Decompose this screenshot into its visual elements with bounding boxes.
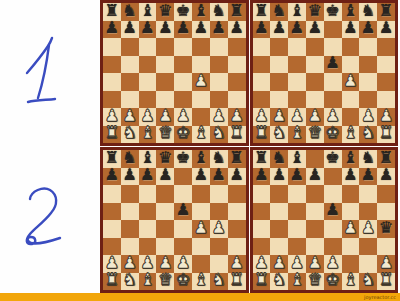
square-d6 [306,185,324,203]
square-c4 [288,220,306,238]
black-knight: ♞ [272,150,286,166]
black-knight: ♞ [361,150,375,166]
black-knight: ♞ [212,150,226,166]
square-d6 [306,38,324,56]
square-h7: ♟ [228,168,246,186]
white-pawn: ♟ [123,255,137,271]
white-pawn: ♟ [254,108,268,124]
white-knight: ♞ [212,272,226,288]
square-h1: ♜ [228,273,246,291]
square-d4 [156,220,174,238]
square-c7: ♟ [139,21,157,39]
square-a1: ♜ [103,273,121,291]
black-king: ♚ [176,3,190,19]
black-rook: ♜ [379,3,393,19]
white-pawn: ♟ [308,108,322,124]
black-pawn: ♟ [361,20,375,36]
black-king: ♚ [325,3,339,19]
square-g3 [210,238,228,256]
square-d7: ♟ [156,21,174,39]
white-bishop: ♝ [290,272,304,288]
square-c4 [288,73,306,91]
chess-board-top-left: ♜♞♝♛♚♝♞♜♟♟♟♟♟♟♟♟♟♟♟♟♟♟♟♟♜♞♝♛♚♝♞♜ [100,0,249,146]
square-a4 [253,220,271,238]
square-e1: ♚ [174,273,192,291]
white-knight: ♞ [123,272,137,288]
white-pawn: ♟ [140,108,154,124]
square-e1: ♚ [324,273,342,291]
square-d7: ♟ [156,168,174,186]
square-b1: ♞ [121,126,139,144]
square-a6 [103,38,121,56]
black-bishop: ♝ [194,150,208,166]
square-d5 [156,56,174,74]
black-pawn: ♟ [140,167,154,183]
square-h1: ♜ [377,273,395,291]
square-b5 [270,203,288,221]
handwritten-move-numbers [0,0,100,294]
white-bishop: ♝ [343,272,357,288]
white-pawn: ♟ [158,255,172,271]
square-f7: ♟ [192,21,210,39]
square-e4 [324,73,342,91]
watermark-text: joyreactor.cc [364,293,400,301]
black-rook: ♜ [379,150,393,166]
square-f1: ♝ [342,273,360,291]
square-d4 [156,73,174,91]
square-b5 [121,56,139,74]
square-d5 [156,203,174,221]
square-e1: ♚ [174,126,192,144]
white-bishop: ♝ [194,125,208,141]
square-c6 [139,38,157,56]
square-a5 [253,56,271,74]
square-e4 [174,73,192,91]
black-rook: ♜ [229,150,243,166]
square-b6 [270,38,288,56]
black-pawn: ♟ [272,167,286,183]
square-f1: ♝ [192,126,210,144]
square-d5 [306,203,324,221]
white-bishop: ♝ [140,272,154,288]
black-pawn: ♟ [123,167,137,183]
black-pawn: ♟ [212,167,226,183]
square-h7: ♟ [377,21,395,39]
black-pawn: ♟ [379,167,393,183]
square-a5 [253,203,271,221]
square-b5 [270,56,288,74]
square-a4 [253,73,271,91]
square-e7 [324,168,342,186]
white-pawn: ♟ [212,220,226,236]
white-rook: ♜ [229,125,243,141]
square-c6 [288,185,306,203]
square-g4: ♟ [359,220,377,238]
square-g7: ♟ [359,21,377,39]
black-pawn: ♟ [325,202,339,218]
square-b4 [270,220,288,238]
white-knight: ♞ [272,125,286,141]
white-knight: ♞ [361,125,375,141]
square-f3 [342,238,360,256]
square-g7: ♟ [210,21,228,39]
white-pawn: ♟ [194,73,208,89]
black-pawn: ♟ [325,55,339,71]
white-bishop: ♝ [290,125,304,141]
white-pawn: ♟ [176,255,190,271]
chess-diagram-grid: ♜♞♝♛♚♝♞♜♟♟♟♟♟♟♟♟♟♟♟♟♟♟♟♟♜♞♝♛♚♝♞♜ ♜♞♝♛♚♝♞… [100,0,398,293]
square-c5 [139,203,157,221]
white-pawn: ♟ [361,220,375,236]
square-c5 [139,56,157,74]
white-pawn: ♟ [272,255,286,271]
white-pawn: ♟ [272,108,286,124]
white-pawn: ♟ [290,255,304,271]
white-pawn: ♟ [343,73,357,89]
white-pawn: ♟ [140,255,154,271]
square-f1: ♝ [192,273,210,291]
square-g1: ♞ [359,273,377,291]
black-bishop: ♝ [140,150,154,166]
black-pawn: ♟ [379,20,393,36]
black-pawn: ♟ [176,202,190,218]
square-g6 [210,38,228,56]
square-c5 [288,203,306,221]
square-d1: ♛ [306,273,324,291]
square-e5 [174,56,192,74]
square-e4 [174,220,192,238]
square-c1: ♝ [288,273,306,291]
black-pawn: ♟ [343,20,357,36]
square-a7: ♟ [103,168,121,186]
white-bishop: ♝ [140,125,154,141]
white-rook: ♜ [229,272,243,288]
white-rook: ♜ [379,125,393,141]
white-king: ♚ [325,272,339,288]
black-pawn: ♟ [272,20,286,36]
square-h7: ♟ [228,21,246,39]
square-e6 [174,38,192,56]
black-knight: ♞ [123,3,137,19]
white-pawn: ♟ [254,255,268,271]
black-knight: ♞ [272,3,286,19]
black-pawn: ♟ [343,167,357,183]
square-g5 [359,56,377,74]
square-e8: ♚ [324,150,342,168]
black-bishop: ♝ [140,3,154,19]
white-knight: ♞ [361,272,375,288]
square-e1: ♚ [324,126,342,144]
white-pawn: ♟ [361,108,375,124]
square-b7: ♟ [270,21,288,39]
black-pawn: ♟ [229,167,243,183]
black-knight: ♞ [212,3,226,19]
square-g1: ♞ [359,126,377,144]
black-knight: ♞ [123,150,137,166]
black-pawn: ♟ [229,20,243,36]
square-f6 [192,185,210,203]
square-h1: ♜ [228,126,246,144]
square-g7: ♟ [210,168,228,186]
white-pawn: ♟ [325,255,339,271]
square-f7: ♟ [192,168,210,186]
square-h4 [228,73,246,91]
square-c7: ♟ [288,168,306,186]
square-c4 [139,73,157,91]
square-g7: ♟ [359,168,377,186]
square-c7: ♟ [139,168,157,186]
white-rook: ♜ [254,125,268,141]
black-bishop: ♝ [290,150,304,166]
meme-image: ♜♞♝♛♚♝♞♜♟♟♟♟♟♟♟♟♟♟♟♟♟♟♟♟♜♞♝♛♚♝♞♜ ♜♞♝♛♚♝♞… [0,0,400,301]
square-f1: ♝ [342,126,360,144]
square-h6 [377,185,395,203]
square-f4: ♟ [192,73,210,91]
square-c1: ♝ [288,126,306,144]
black-queen: ♛ [308,3,322,19]
square-b7: ♟ [270,168,288,186]
white-pawn: ♟ [212,108,226,124]
white-knight: ♞ [272,272,286,288]
square-d7: ♟ [306,21,324,39]
square-h6 [228,185,246,203]
square-h6 [228,38,246,56]
square-c6 [288,38,306,56]
square-a4 [103,73,121,91]
square-e5: ♟ [324,203,342,221]
square-b6 [121,38,139,56]
square-g4 [210,73,228,91]
square-f3 [192,91,210,109]
black-king: ♚ [325,150,339,166]
square-f6 [192,38,210,56]
square-b4 [121,220,139,238]
white-king: ♚ [176,272,190,288]
square-h4 [228,220,246,238]
white-queen: ♛ [158,125,172,141]
square-d6 [156,38,174,56]
white-pawn: ♟ [176,108,190,124]
square-d5 [306,56,324,74]
square-c7: ♟ [288,21,306,39]
square-h5 [228,56,246,74]
square-b7: ♟ [121,21,139,39]
black-pawn: ♟ [158,167,172,183]
square-f4: ♟ [342,73,360,91]
square-g4: ♟ [210,220,228,238]
chess-board-bottom-left: ♜♞♝♛♚♝♞♜♟♟♟♟♟♟♟♟♟♟♟♟♟♟♟♟♜♞♝♛♚♝♞♜ [100,147,249,293]
white-rook: ♜ [254,272,268,288]
square-f3 [342,91,360,109]
square-a7: ♟ [253,21,271,39]
square-f7: ♟ [342,21,360,39]
square-b1: ♞ [121,273,139,291]
square-f4: ♟ [192,220,210,238]
square-h1: ♜ [377,126,395,144]
black-pawn: ♟ [254,20,268,36]
square-c4 [139,220,157,238]
square-g1: ♞ [210,273,228,291]
black-rook: ♜ [254,3,268,19]
white-rook: ♜ [105,272,119,288]
white-rook: ♜ [379,272,393,288]
white-knight: ♞ [123,125,137,141]
square-c1: ♝ [139,273,157,291]
square-a1: ♜ [253,126,271,144]
square-e5: ♟ [174,203,192,221]
white-bishop: ♝ [194,272,208,288]
square-b1: ♞ [270,273,288,291]
square-e8: ♚ [174,150,192,168]
square-b5 [121,203,139,221]
square-b1: ♞ [270,126,288,144]
square-e8: ♚ [324,3,342,21]
square-b6 [121,185,139,203]
square-h7: ♟ [377,168,395,186]
square-c5 [288,56,306,74]
square-c1: ♝ [139,126,157,144]
square-d1: ♛ [156,126,174,144]
square-h5 [228,203,246,221]
square-a5 [103,56,121,74]
black-pawn: ♟ [194,20,208,36]
square-d1: ♛ [306,126,324,144]
white-queen: ♛ [308,272,322,288]
white-pawn: ♟ [290,108,304,124]
square-d7: ♟ [306,168,324,186]
white-pawn: ♟ [229,108,243,124]
white-bishop: ♝ [343,125,357,141]
square-h5 [377,56,395,74]
black-bishop: ♝ [290,3,304,19]
black-pawn: ♟ [308,20,322,36]
watermark-bar: joyreactor.cc [0,293,400,301]
black-rook: ♜ [105,3,119,19]
white-pawn: ♟ [194,220,208,236]
white-pawn: ♟ [308,255,322,271]
black-pawn: ♟ [176,20,190,36]
square-a5 [103,203,121,221]
black-bishop: ♝ [194,3,208,19]
white-pawn: ♟ [105,255,119,271]
square-g5 [210,56,228,74]
square-a6 [253,38,271,56]
square-g6 [359,185,377,203]
white-pawn: ♟ [123,108,137,124]
square-h4 [377,73,395,91]
square-d4 [306,73,324,91]
square-a7: ♟ [253,168,271,186]
square-a6 [253,185,271,203]
chess-board-top-right: ♜♞♝♛♚♝♞♜♟♟♟♟♟♟♟♟♟♟♟♟♟♟♟♟♜♞♝♛♚♝♞♜ [250,0,399,146]
black-pawn: ♟ [105,167,119,183]
square-e7 [324,21,342,39]
black-pawn: ♟ [212,20,226,36]
handwritten-number-2 [27,189,60,245]
white-pawn: ♟ [105,108,119,124]
white-pawn: ♟ [379,108,393,124]
white-pawn: ♟ [229,255,243,271]
black-pawn: ♟ [123,20,137,36]
square-g6 [210,185,228,203]
square-a1: ♜ [103,126,121,144]
white-pawn: ♟ [343,220,357,236]
white-king: ♚ [325,125,339,141]
black-knight: ♞ [361,3,375,19]
square-a6 [103,185,121,203]
black-pawn: ♟ [290,167,304,183]
black-king: ♚ [176,150,190,166]
square-d6 [156,185,174,203]
square-a4 [103,220,121,238]
square-d4 [306,220,324,238]
white-king: ♚ [176,125,190,141]
black-pawn: ♟ [105,20,119,36]
black-pawn: ♟ [308,167,322,183]
square-h4: ♛ [377,220,395,238]
square-f7: ♟ [342,168,360,186]
square-g6 [359,38,377,56]
square-f6 [342,38,360,56]
square-e7 [174,168,192,186]
square-e7: ♟ [174,21,192,39]
black-rook: ♜ [105,150,119,166]
black-bishop: ♝ [343,3,357,19]
black-pawn: ♟ [254,167,268,183]
black-rook: ♜ [229,3,243,19]
square-d1: ♛ [156,273,174,291]
square-f4: ♟ [342,220,360,238]
square-b7: ♟ [121,168,139,186]
square-b4 [121,73,139,91]
white-queen: ♛ [308,125,322,141]
square-a7: ♟ [103,21,121,39]
white-rook: ♜ [105,125,119,141]
square-g1: ♞ [210,126,228,144]
square-a1: ♜ [253,273,271,291]
white-pawn: ♟ [379,255,393,271]
white-pawn: ♟ [158,108,172,124]
square-b6 [270,185,288,203]
black-queen: ♛ [158,3,172,19]
black-rook: ♜ [254,150,268,166]
white-queen: ♛ [158,272,172,288]
white-pawn: ♟ [325,108,339,124]
black-pawn: ♟ [158,20,172,36]
square-f6 [342,185,360,203]
square-c6 [139,185,157,203]
black-queen: ♛ [158,150,172,166]
square-b4 [270,73,288,91]
black-pawn: ♟ [361,167,375,183]
square-e5: ♟ [324,56,342,74]
black-queen: ♛ [379,220,393,236]
black-pawn: ♟ [290,20,304,36]
square-g3 [359,238,377,256]
white-knight: ♞ [212,125,226,141]
black-bishop: ♝ [343,150,357,166]
square-e4 [324,220,342,238]
square-f3 [192,238,210,256]
handwriting-margin [0,0,100,294]
handwritten-number-1 [27,38,55,102]
square-g4 [359,73,377,91]
square-h6 [377,38,395,56]
black-pawn: ♟ [194,167,208,183]
chess-board-bottom-right: ♜♞♝♚♝♞♜♟♟♟♟♟♟♟♟♟♟♛♟♟♟♟♟♟♜♞♝♛♚♝♞♜ [250,147,399,293]
black-pawn: ♟ [140,20,154,36]
